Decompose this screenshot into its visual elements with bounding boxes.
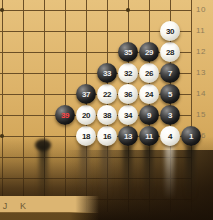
stone-reflection-streak xyxy=(123,145,132,200)
col-label-j: J xyxy=(0,201,11,211)
stone-number: 9 xyxy=(147,111,151,120)
stone-number: 33 xyxy=(103,69,111,78)
stone-33-o13: 33 xyxy=(97,63,117,83)
stone-30-r11: 30 xyxy=(160,21,180,41)
stone-number: 13 xyxy=(124,132,132,141)
stone-29-q12: 29 xyxy=(139,42,159,62)
row-label-14: 14 xyxy=(196,89,212,99)
stone-number: 11 xyxy=(145,132,152,141)
row-label-10: 10 xyxy=(196,5,212,15)
stone-number: 3 xyxy=(168,111,172,120)
stone-7-r13: 7 xyxy=(160,63,180,83)
col-label-k: K xyxy=(17,201,29,211)
stone-number: 4 xyxy=(168,132,172,141)
stone-34-p15: 34 xyxy=(118,105,138,125)
stone-number: 22 xyxy=(103,90,111,99)
stone-number: 16 xyxy=(103,132,111,141)
row-label-15: 15 xyxy=(196,110,212,120)
stone-number: 20 xyxy=(82,111,90,120)
stone-number: 24 xyxy=(145,90,153,99)
stone-number: 36 xyxy=(124,90,132,99)
board-front-edge xyxy=(0,196,99,213)
stone-16-o16: 16 xyxy=(97,126,117,146)
stone-reflection-streak xyxy=(144,145,153,200)
stone-number: 18 xyxy=(82,132,90,141)
stone-11-q16: 11 xyxy=(139,126,159,146)
stone-reflection-streak xyxy=(80,145,89,200)
stone-5-r14: 5 xyxy=(160,84,180,104)
stone-9-q15: 9 xyxy=(139,105,159,125)
row-label-13: 13 xyxy=(196,68,212,78)
stone-20-n15: 20 xyxy=(76,105,96,125)
stone-number: 28 xyxy=(166,48,174,57)
stone-number: 1 xyxy=(189,132,193,141)
stone-number: 7 xyxy=(168,69,172,78)
stone-4-r16: 4 xyxy=(160,126,180,146)
stone-number: 5 xyxy=(168,90,172,99)
stone-32-p13: 32 xyxy=(118,63,138,83)
stone-3-r15: 3 xyxy=(160,105,180,125)
row-label-12: 12 xyxy=(196,47,212,57)
stone-18-n16: 18 xyxy=(76,126,96,146)
stone-number: 37 xyxy=(82,90,90,99)
stone-reflection-streak xyxy=(101,145,110,200)
stone-number: 29 xyxy=(145,48,153,57)
stone-number: 30 xyxy=(166,27,174,36)
stone-1-s16: 1 xyxy=(181,126,201,146)
stone-reflection-streak xyxy=(165,145,174,200)
stone-number: 26 xyxy=(145,69,153,78)
stone-28-r12: 28 xyxy=(160,42,180,62)
stone-36-p14: 36 xyxy=(118,84,138,104)
stone-reflection-streak xyxy=(186,145,195,200)
row-label-11: 11 xyxy=(196,26,212,36)
stone-22-o14: 22 xyxy=(97,84,117,104)
board-front-edge-shadow xyxy=(0,212,99,220)
stone-24-q14: 24 xyxy=(139,84,159,104)
stone-39-m15: 39 xyxy=(55,105,75,125)
stone-number: 34 xyxy=(124,111,132,120)
stone-38-o15: 38 xyxy=(97,105,117,125)
stone-number: 32 xyxy=(124,69,132,78)
stone-35-p12: 35 xyxy=(118,42,138,62)
stone-number: 39 xyxy=(61,111,69,120)
star-point-p10 xyxy=(126,8,130,12)
stone-number: 35 xyxy=(124,48,132,57)
stone-26-q13: 26 xyxy=(139,63,159,83)
board-surface[interactable]: 10 11 12 13 14 15 16 J K 134579111316182… xyxy=(0,0,213,220)
star-point-j10 xyxy=(0,8,4,12)
go-board-app: 10 11 12 13 14 15 16 J K 134579111316182… xyxy=(0,0,213,220)
stone-number: 38 xyxy=(103,111,111,120)
stone-13-p16: 13 xyxy=(118,126,138,146)
stone-37-n14: 37 xyxy=(76,84,96,104)
